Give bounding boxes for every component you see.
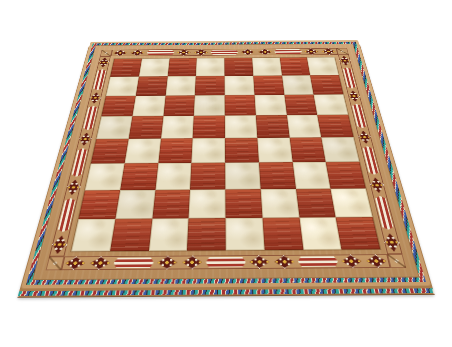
square-g1[interactable] xyxy=(299,217,342,249)
square-g8[interactable] xyxy=(279,57,310,75)
square-f1[interactable] xyxy=(262,218,303,250)
square-c5[interactable] xyxy=(161,116,194,139)
square-e1[interactable] xyxy=(226,218,265,250)
square-b2[interactable] xyxy=(115,190,155,219)
inlay-star-motif xyxy=(347,89,362,103)
square-c7[interactable] xyxy=(165,76,196,95)
inlay-cartouche-motif xyxy=(296,255,340,269)
square-g7[interactable] xyxy=(282,75,314,94)
inlay-star-motif xyxy=(154,256,180,270)
square-d8[interactable] xyxy=(196,58,225,76)
square-c1[interactable] xyxy=(148,218,188,250)
inlay-star-motif xyxy=(179,255,204,269)
inlay-cartouche-motif xyxy=(350,103,369,129)
inlay-star-motif xyxy=(368,176,387,195)
inlay-star-motif xyxy=(64,178,82,198)
square-g2[interactable] xyxy=(296,188,336,217)
inlay-cartouche-motif xyxy=(145,49,175,56)
square-g4[interactable] xyxy=(289,137,326,162)
square-e8[interactable] xyxy=(224,58,253,76)
inlay-cartouche-motif xyxy=(81,105,99,131)
square-b7[interactable] xyxy=(136,76,168,95)
square-g6[interactable] xyxy=(284,94,317,115)
square-d5[interactable] xyxy=(193,116,225,139)
square-h3[interactable] xyxy=(326,162,366,189)
inlay-cartouche-motif xyxy=(111,256,155,270)
square-a1[interactable] xyxy=(71,219,115,251)
mosaic-corner-top-left xyxy=(100,50,112,57)
mosaic-corner-top-right xyxy=(336,48,348,55)
square-c4[interactable] xyxy=(158,138,193,163)
square-d3[interactable] xyxy=(190,162,225,189)
square-h5[interactable] xyxy=(317,115,353,138)
board-scene xyxy=(21,40,431,288)
square-e3[interactable] xyxy=(225,162,260,189)
inlay-star-motif xyxy=(111,50,130,57)
inlay-star-motif xyxy=(319,48,338,55)
wood-frame xyxy=(32,44,419,281)
square-f8[interactable] xyxy=(252,58,282,76)
inlay-star-motif xyxy=(302,48,320,55)
inlay-star-motif xyxy=(175,49,193,56)
inlay-star-motif xyxy=(239,49,257,56)
square-d6[interactable] xyxy=(194,95,225,116)
square-a4[interactable] xyxy=(91,139,129,164)
square-f3[interactable] xyxy=(259,162,296,189)
inlay-star-motif xyxy=(247,255,273,269)
square-e5[interactable] xyxy=(225,115,257,138)
square-f7[interactable] xyxy=(253,75,284,94)
inlay-cartouche-motif xyxy=(55,197,78,233)
inlay-star-motif xyxy=(338,254,366,268)
mosaic-border-bottom xyxy=(61,254,390,270)
square-g5[interactable] xyxy=(287,115,322,138)
square-c8[interactable] xyxy=(167,58,196,76)
square-a8[interactable] xyxy=(110,59,142,77)
square-h4[interactable] xyxy=(321,137,359,162)
square-c2[interactable] xyxy=(152,189,190,218)
square-e6[interactable] xyxy=(225,95,256,116)
square-h8[interactable] xyxy=(307,57,339,75)
inlay-star-motif xyxy=(128,49,146,56)
square-g3[interactable] xyxy=(292,162,330,189)
square-b8[interactable] xyxy=(139,58,169,76)
product-photo-canvas xyxy=(0,0,452,347)
square-b5[interactable] xyxy=(128,116,163,139)
square-f4[interactable] xyxy=(257,138,292,163)
inlay-star-motif xyxy=(192,49,210,56)
square-e4[interactable] xyxy=(225,138,259,163)
inlay-star-motif xyxy=(77,131,94,148)
striped-filetto-inlay xyxy=(26,42,426,285)
square-b1[interactable] xyxy=(110,219,152,251)
inlay-cartouche-motif xyxy=(91,69,108,91)
square-a5[interactable] xyxy=(96,116,132,139)
square-a3[interactable] xyxy=(85,163,125,190)
inlay-cartouche-motif xyxy=(204,255,247,269)
inlay-cartouche-motif xyxy=(341,67,358,89)
inlay-cartouche-motif xyxy=(360,145,381,175)
square-d4[interactable] xyxy=(192,138,226,163)
inlay-star-motif xyxy=(61,256,89,270)
inlay-cartouche-motif xyxy=(69,147,90,177)
inlay-cartouche-motif xyxy=(273,48,303,55)
square-f5[interactable] xyxy=(256,115,290,138)
inlay-star-motif xyxy=(356,129,373,145)
square-d7[interactable] xyxy=(195,76,225,95)
square-f2[interactable] xyxy=(260,189,299,218)
square-h6[interactable] xyxy=(314,94,349,115)
square-a7[interactable] xyxy=(106,76,139,95)
inlay-cartouche-motif xyxy=(210,49,239,56)
inlay-star-motif xyxy=(338,55,352,67)
mosaic-border-top xyxy=(111,48,338,56)
square-e2[interactable] xyxy=(225,189,262,218)
inlay-star-motif xyxy=(49,233,70,256)
square-h7[interactable] xyxy=(310,75,343,94)
inlay-star-motif xyxy=(271,255,297,269)
square-h2[interactable] xyxy=(331,188,373,217)
inlay-star-motif xyxy=(363,254,391,268)
inlay-star-motif xyxy=(256,49,274,56)
inlay-star-motif xyxy=(381,231,402,254)
square-e7[interactable] xyxy=(225,76,255,95)
mosaic-corner-bottom-right xyxy=(387,254,406,268)
square-b6[interactable] xyxy=(132,95,165,116)
square-d2[interactable] xyxy=(189,189,226,218)
square-c3[interactable] xyxy=(155,163,191,190)
board-grid xyxy=(71,57,380,251)
mosaic-corner-bottom-left xyxy=(46,256,65,270)
inlay-star-motif xyxy=(97,56,111,68)
square-h1[interactable] xyxy=(336,217,380,249)
square-a6[interactable] xyxy=(101,96,135,117)
square-b3[interactable] xyxy=(120,163,158,190)
square-f6[interactable] xyxy=(254,95,286,116)
inlay-cartouche-motif xyxy=(373,195,397,231)
square-a2[interactable] xyxy=(78,190,120,219)
square-c6[interactable] xyxy=(163,95,195,116)
inlay-star-motif xyxy=(86,256,113,270)
square-d1[interactable] xyxy=(187,218,226,250)
inlay-star-motif xyxy=(88,91,103,105)
square-b4[interactable] xyxy=(124,139,160,164)
